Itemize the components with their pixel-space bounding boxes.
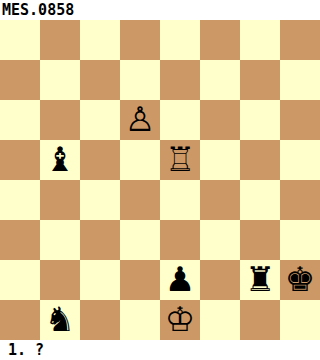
- square-a4[interactable]: [0, 180, 40, 220]
- square-b6[interactable]: [40, 100, 80, 140]
- square-e1[interactable]: ♔: [160, 300, 200, 340]
- square-f5[interactable]: [200, 140, 240, 180]
- square-b4[interactable]: [40, 180, 80, 220]
- piece-black-pawn[interactable]: ♟: [165, 260, 195, 299]
- square-f7[interactable]: [200, 60, 240, 100]
- square-g3[interactable]: [240, 220, 280, 260]
- chess-board: ♙♝♖♟♜♚♞♔: [0, 20, 320, 340]
- square-e4[interactable]: [160, 180, 200, 220]
- square-e3[interactable]: [160, 220, 200, 260]
- square-d7[interactable]: [120, 60, 160, 100]
- piece-white-rook[interactable]: ♖: [165, 140, 195, 179]
- square-a6[interactable]: [0, 100, 40, 140]
- chess-app-window: MES.0858 ♙♝♖♟♜♚♞♔ 1. ?: [0, 0, 320, 360]
- square-b7[interactable]: [40, 60, 80, 100]
- square-d6[interactable]: ♙: [120, 100, 160, 140]
- title-bar: MES.0858: [0, 0, 320, 20]
- square-h2[interactable]: ♚: [280, 260, 320, 300]
- square-g5[interactable]: [240, 140, 280, 180]
- square-h4[interactable]: [280, 180, 320, 220]
- square-d4[interactable]: [120, 180, 160, 220]
- square-f2[interactable]: [200, 260, 240, 300]
- square-d2[interactable]: [120, 260, 160, 300]
- square-f4[interactable]: [200, 180, 240, 220]
- square-a2[interactable]: [0, 260, 40, 300]
- square-d1[interactable]: [120, 300, 160, 340]
- square-a8[interactable]: [0, 20, 40, 60]
- square-g8[interactable]: [240, 20, 280, 60]
- square-g7[interactable]: [240, 60, 280, 100]
- square-f1[interactable]: [200, 300, 240, 340]
- square-e7[interactable]: [160, 60, 200, 100]
- square-e5[interactable]: ♖: [160, 140, 200, 180]
- square-h6[interactable]: [280, 100, 320, 140]
- square-d5[interactable]: [120, 140, 160, 180]
- square-a3[interactable]: [0, 220, 40, 260]
- square-h5[interactable]: [280, 140, 320, 180]
- square-b2[interactable]: [40, 260, 80, 300]
- piece-black-rook[interactable]: ♜: [245, 260, 275, 299]
- piece-black-bishop[interactable]: ♝: [45, 140, 75, 179]
- square-b8[interactable]: [40, 20, 80, 60]
- square-c7[interactable]: [80, 60, 120, 100]
- square-d8[interactable]: [120, 20, 160, 60]
- square-h3[interactable]: [280, 220, 320, 260]
- square-c3[interactable]: [80, 220, 120, 260]
- square-f8[interactable]: [200, 20, 240, 60]
- square-a5[interactable]: [0, 140, 40, 180]
- square-h7[interactable]: [280, 60, 320, 100]
- square-h8[interactable]: [280, 20, 320, 60]
- square-c2[interactable]: [80, 260, 120, 300]
- square-c1[interactable]: [80, 300, 120, 340]
- square-e6[interactable]: [160, 100, 200, 140]
- puzzle-id-label: MES.0858: [0, 0, 74, 20]
- caption-bar: 1. ?: [0, 340, 320, 360]
- square-b3[interactable]: [40, 220, 80, 260]
- square-f3[interactable]: [200, 220, 240, 260]
- piece-white-king[interactable]: ♔: [165, 300, 195, 339]
- square-d3[interactable]: [120, 220, 160, 260]
- square-g1[interactable]: [240, 300, 280, 340]
- square-f6[interactable]: [200, 100, 240, 140]
- piece-black-knight[interactable]: ♞: [45, 300, 75, 339]
- square-b5[interactable]: ♝: [40, 140, 80, 180]
- square-c6[interactable]: [80, 100, 120, 140]
- square-c8[interactable]: [80, 20, 120, 60]
- square-e8[interactable]: [160, 20, 200, 60]
- square-c5[interactable]: [80, 140, 120, 180]
- piece-white-pawn[interactable]: ♙: [125, 100, 155, 139]
- square-g6[interactable]: [240, 100, 280, 140]
- square-a1[interactable]: [0, 300, 40, 340]
- square-e2[interactable]: ♟: [160, 260, 200, 300]
- square-b1[interactable]: ♞: [40, 300, 80, 340]
- square-c4[interactable]: [80, 180, 120, 220]
- square-a7[interactable]: [0, 60, 40, 100]
- piece-black-king[interactable]: ♚: [285, 260, 315, 299]
- move-prompt-label: 1. ?: [0, 340, 44, 360]
- square-g2[interactable]: ♜: [240, 260, 280, 300]
- square-h1[interactable]: [280, 300, 320, 340]
- square-g4[interactable]: [240, 180, 280, 220]
